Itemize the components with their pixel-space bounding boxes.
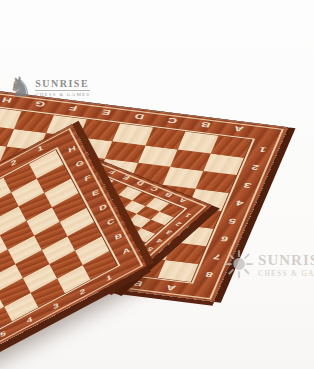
brand-name: SUNRISE — [35, 78, 90, 89]
coord-label: 2 — [250, 164, 260, 172]
coord-label: 4 — [26, 316, 33, 324]
coord-label: 1 — [106, 274, 113, 282]
coord-label: 5 — [227, 217, 237, 225]
coord-label: H — [1, 96, 13, 104]
coord-label: 7 — [212, 253, 222, 261]
coord-label: D — [135, 180, 145, 187]
coord-label: 6 — [220, 235, 230, 243]
coord-label: 5 — [0, 330, 6, 338]
coord-label: D — [133, 112, 145, 120]
coord-label: C — [150, 185, 160, 192]
coord-label: 4 — [235, 199, 245, 207]
coord-label: 3 — [242, 181, 252, 189]
coord-label: A — [233, 125, 245, 133]
coord-label: A — [122, 247, 130, 256]
brand-tagline: CHESS & GAMES — [258, 269, 314, 278]
coord-label: 2 — [174, 221, 183, 227]
coord-label: 2 — [79, 288, 86, 296]
coord-label: G — [75, 159, 84, 168]
watermark-bottom-right: ☀ SUNRISE CHESS & GAMES — [222, 246, 314, 284]
coord-label: E — [101, 108, 112, 116]
coord-label: 1 — [258, 146, 268, 154]
coord-label: H — [68, 145, 76, 154]
coord-label: A — [165, 284, 177, 292]
coord-label: E — [122, 174, 132, 180]
watermark-text: SUNRISE CHESS & GAMES — [35, 78, 90, 97]
board-field — [0, 150, 117, 369]
coord-label: B — [200, 121, 212, 129]
coord-label: B — [132, 280, 144, 288]
coord-label: 8 — [204, 271, 214, 279]
coord-label: A — [178, 197, 188, 204]
coord-label: 1 — [183, 212, 192, 218]
coord-label: C — [166, 117, 178, 125]
product-photo-stage: AABBCCDDEEFFGGHH1122334455667788 AABBCCD… — [0, 0, 314, 369]
coord-label: F — [84, 174, 91, 183]
brand-name: SUNRISE — [258, 252, 314, 269]
coord-label: 5 — [145, 246, 154, 252]
coord-label: 3 — [164, 229, 173, 235]
coord-label: D — [99, 203, 107, 212]
coord-label: 3 — [53, 302, 60, 310]
coord-label: F — [68, 104, 79, 112]
coord-label: E — [91, 188, 99, 197]
watermark-text: SUNRISE CHESS & GAMES — [258, 252, 314, 278]
coord-label: C — [107, 217, 115, 226]
coord-label: B — [164, 191, 174, 198]
coord-label: G — [34, 100, 47, 108]
coord-label: 1 — [37, 144, 44, 152]
coord-label: B — [114, 232, 122, 241]
coord-label: 4 — [155, 238, 164, 244]
coord-label: 2 — [10, 159, 17, 167]
coord-label: F — [108, 168, 118, 174]
